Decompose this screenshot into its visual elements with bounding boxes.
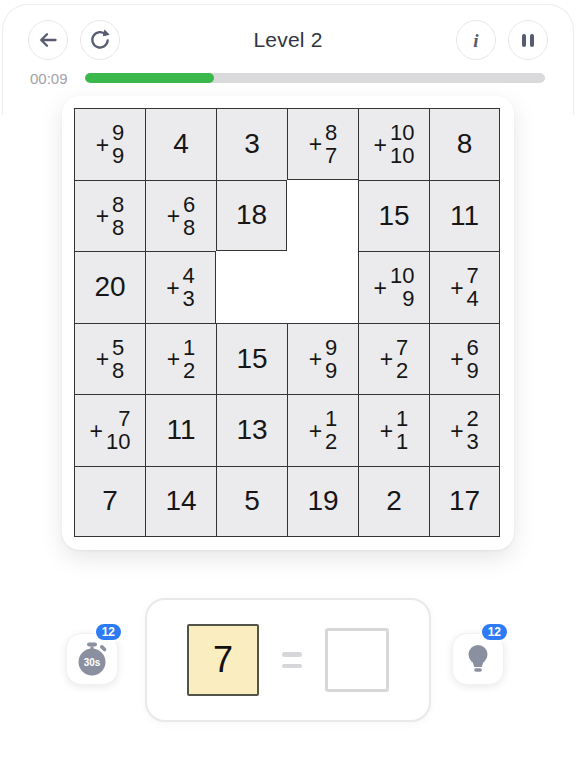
board-cell-empty [287,251,358,323]
plus-sign: + [380,418,393,445]
plus-sign: + [450,275,463,302]
plus-sign: + [309,418,322,445]
board-cell[interactable]: +99 [287,323,358,395]
board-cell[interactable]: 15 [216,323,287,395]
equals-icon [282,652,302,668]
plus-sign: + [450,346,463,373]
board-cell[interactable]: 11 [145,394,216,466]
plus-sign: + [90,418,103,445]
board-cell[interactable]: +72 [358,323,429,395]
board-cell[interactable]: +58 [74,323,145,395]
board-cell[interactable]: +12 [287,394,358,466]
board-cell[interactable]: 17 [429,466,500,538]
board-cell[interactable]: 11 [429,180,500,252]
hint-badge: 12 [480,622,509,642]
progress-track [85,73,545,83]
board-cell[interactable]: 13 [216,394,287,466]
board-cell[interactable]: 7 [74,466,145,538]
board-cell[interactable]: +12 [145,323,216,395]
board-cell[interactable]: 19 [287,466,358,538]
board-cell[interactable]: +99 [74,108,145,180]
board-cell-empty [216,251,287,323]
selected-tile[interactable]: 7 [187,624,259,696]
plus-sign: + [374,132,387,159]
plus-sign: + [380,346,393,373]
board-cell[interactable]: 18 [216,180,287,252]
board-cell[interactable]: +88 [74,180,145,252]
equation-panel: 7 [145,598,431,722]
plus-sign: + [167,203,180,230]
plus-sign: + [309,346,322,373]
board-cell-empty [287,180,358,252]
plus-sign: + [309,131,322,158]
board-cell[interactable]: +1010 [358,108,429,180]
board-grid: +9943+87+10108+88+6818151120+43+109+74+5… [74,108,500,537]
info-button[interactable]: i [456,20,496,60]
board-cell[interactable]: +710 [74,394,145,466]
plus-sign: + [450,418,463,445]
board-cell[interactable]: 2 [358,466,429,538]
plus-sign: + [96,132,109,159]
board-cell[interactable]: 5 [216,466,287,538]
board-cell[interactable]: 15 [358,180,429,252]
extra-time-badge: 12 [94,622,123,642]
board-cell[interactable]: 4 [145,108,216,180]
svg-text:30s: 30s [84,657,101,668]
board-cell[interactable]: +11 [358,394,429,466]
pause-icon [522,34,533,47]
plus-sign: + [167,346,180,373]
progress-fill [85,73,214,83]
board-cell[interactable]: +43 [145,251,216,323]
lightbulb-icon [459,640,497,678]
board-cell[interactable]: +23 [429,394,500,466]
board-cell[interactable]: 8 [429,108,500,180]
info-icon: i [473,31,478,50]
board-cell[interactable]: +68 [145,180,216,252]
stopwatch-icon: 30s [72,639,112,679]
timer-label: 00:09 [30,70,68,87]
plus-sign: + [96,203,109,230]
extra-time-button[interactable]: 30s 12 [66,633,118,685]
answer-slot[interactable] [325,628,389,692]
board-cell[interactable]: 3 [216,108,287,180]
pause-button[interactable] [508,20,548,60]
board-cell[interactable]: +69 [429,323,500,395]
plus-sign: + [166,275,179,302]
board-cell[interactable]: +87 [287,108,358,180]
board-cell[interactable]: 14 [145,466,216,538]
plus-sign: + [374,275,387,302]
board-cell[interactable]: +74 [429,251,500,323]
board-cell[interactable]: 20 [74,251,145,323]
hint-button[interactable]: 12 [452,633,504,685]
board-cell[interactable]: +109 [358,251,429,323]
plus-sign: + [96,346,109,373]
